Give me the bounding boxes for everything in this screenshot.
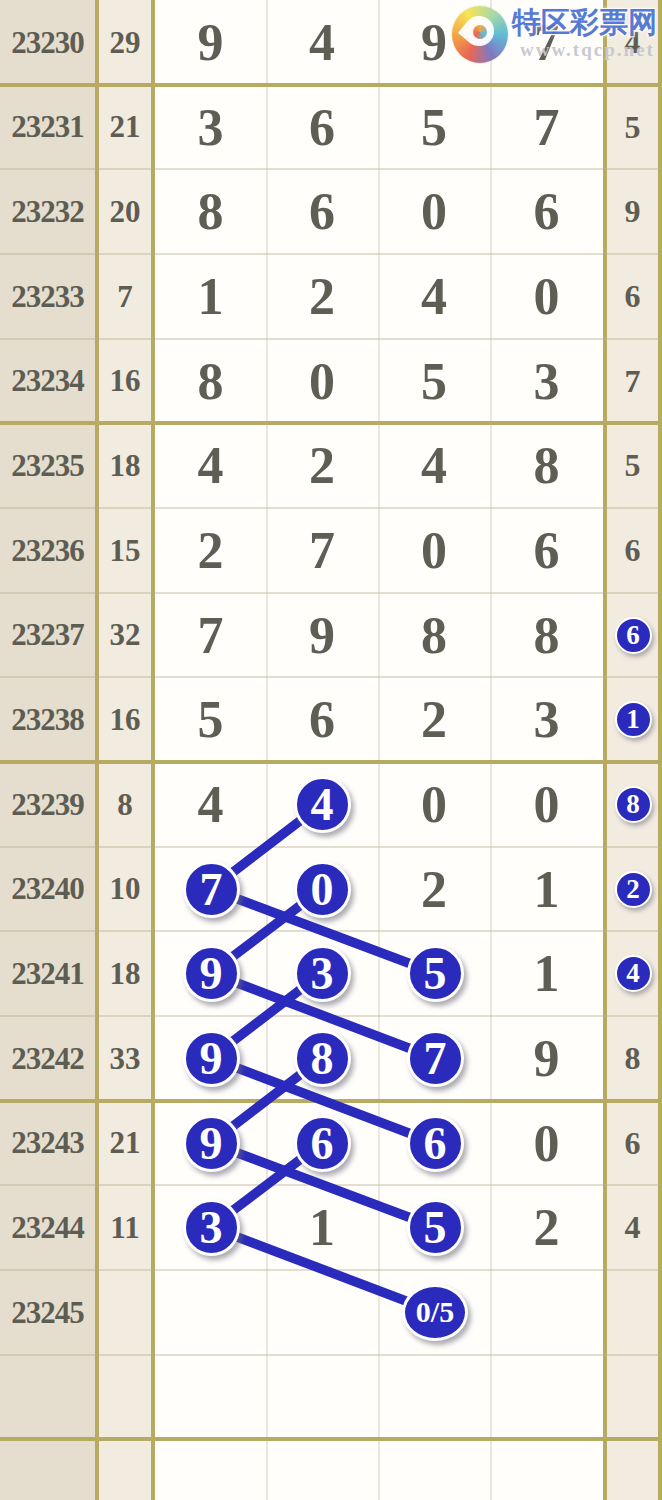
digit-cell: 1 [155,254,266,339]
period-cell: 23231 [0,85,95,169]
circled-digit: 7 [407,1030,464,1087]
circled-digit: 4 [294,776,351,833]
circled-digit: 7 [183,861,240,918]
digit-cell: 6 [266,677,378,762]
period-cell: 23245 [0,1270,95,1355]
period-cell: 23241 [0,931,95,1016]
circled-digit: 8 [294,1030,351,1087]
sum-cell: 33 [99,1016,151,1101]
circled-tail-digit: 1 [615,701,652,738]
circled-digit: 9 [183,1030,240,1087]
circled-digit: 9 [183,1115,240,1172]
digit-cell: 1 [490,931,603,1016]
site-logo[interactable]: 特区彩票网 www.tqcp.net [452,6,657,63]
sum-cell: 16 [99,677,151,762]
tail-cell: 6 [607,254,658,339]
tail-cell: 6 [607,1101,658,1185]
digit-cell: 8 [155,339,266,423]
sum-cell: 18 [99,423,151,508]
circled-tail-digit: 4 [615,955,652,992]
digit-cell: 8 [378,593,490,677]
digit-cell: 4 [155,762,266,847]
sum-cell: 11 [99,1185,151,1270]
digit-cell: 1 [266,1185,378,1270]
circled-digit: 0 [294,861,351,918]
digit-cell: 2 [378,847,490,931]
period-cell: 23238 [0,677,95,762]
digit-cell: 2 [378,677,490,762]
digit-cell: 0 [378,508,490,593]
digit-cell: 6 [490,508,603,593]
period-cell: 23234 [0,339,95,423]
digit-cell: 4 [266,0,378,85]
period-cell: 23232 [0,169,95,254]
digit-cell: 5 [378,339,490,423]
period-cell: 23233 [0,254,95,339]
period-cell: 23242 [0,1016,95,1101]
sum-cell: 16 [99,339,151,423]
swirl-logo-icon [452,6,508,63]
tail-cell: 4 [607,1185,658,1270]
digit-cell: 2 [155,508,266,593]
tail-cell: 5 [607,85,658,169]
site-name: 特区彩票网 [512,6,657,38]
digit-cell: 8 [490,423,603,508]
digit-cell: 6 [266,169,378,254]
digit-cell: 3 [155,85,266,169]
tail-cell: 7 [607,339,658,423]
tail-cell: 5 [607,423,658,508]
digit-cell: 6 [266,85,378,169]
sum-cell: 18 [99,931,151,1016]
digit-cell: 3 [490,677,603,762]
sum-cell: 21 [99,1101,151,1185]
circled-digit: 5 [407,1199,464,1256]
tail-cell: 6 [607,508,658,593]
sum-cell: 15 [99,508,151,593]
period-cell: 23237 [0,593,95,677]
circled-tail-digit: 2 [615,871,652,908]
sum-cell: 20 [99,169,151,254]
digit-cell: 4 [378,254,490,339]
period-cell: 23239 [0,762,95,847]
circled-digit: 3 [183,1199,240,1256]
digit-cell: 0 [490,254,603,339]
digit-cell: 4 [155,423,266,508]
digit-cell: 2 [266,254,378,339]
digit-cell: 9 [490,1016,603,1101]
site-url: www.tqcp.net [512,39,657,61]
digit-cell: 1 [490,847,603,931]
rows-layer: 2323029949742323121365752323220860692323… [0,0,662,1500]
digit-cell: 7 [490,85,603,169]
digit-cell: 7 [155,593,266,677]
digit-cell: 8 [490,593,603,677]
trend-chart-board: 2323029949742323121365752323220860692323… [0,0,662,1500]
digit-cell: 7 [266,508,378,593]
period-cell: 23243 [0,1101,95,1185]
logo-text-block: 特区彩票网 www.tqcp.net [512,6,657,61]
period-cell: 23240 [0,847,95,931]
period-cell: 23235 [0,423,95,508]
digit-cell: 4 [378,423,490,508]
sum-cell: 32 [99,593,151,677]
digit-cell: 0 [266,339,378,423]
digit-cell: 2 [266,423,378,508]
digit-cell: 6 [490,169,603,254]
tail-cell: 8 [607,1016,658,1101]
circled-digit: 3 [294,945,351,1002]
circled-digit: 5 [407,945,464,1002]
sum-cell: 21 [99,85,151,169]
sum-cell: 7 [99,254,151,339]
tail-cell: 9 [607,169,658,254]
digit-cell: 0 [490,1101,603,1185]
circled-tail-digit: 6 [615,617,652,654]
circled-digit: 9 [183,945,240,1002]
digit-cell: 3 [490,339,603,423]
digit-cell: 5 [378,85,490,169]
digit-cell: 2 [490,1185,603,1270]
circled-digit: 6 [407,1115,464,1172]
digit-cell: 0 [490,762,603,847]
digit-cell: 0 [378,169,490,254]
digit-cell: 9 [155,0,266,85]
sum-cell: 10 [99,847,151,931]
sum-cell: 8 [99,762,151,847]
period-cell: 23230 [0,0,95,85]
digit-cell: 9 [266,593,378,677]
digit-cell: 0 [378,762,490,847]
period-cell: 23244 [0,1185,95,1270]
circled-digit: 0/5 [402,1284,468,1341]
swirl-core-dot [473,25,487,39]
circled-tail-digit: 8 [615,786,652,823]
sum-cell: 29 [99,0,151,85]
period-cell: 23236 [0,508,95,593]
circled-digit: 6 [294,1115,351,1172]
digit-cell: 8 [155,169,266,254]
digit-cell: 5 [155,677,266,762]
